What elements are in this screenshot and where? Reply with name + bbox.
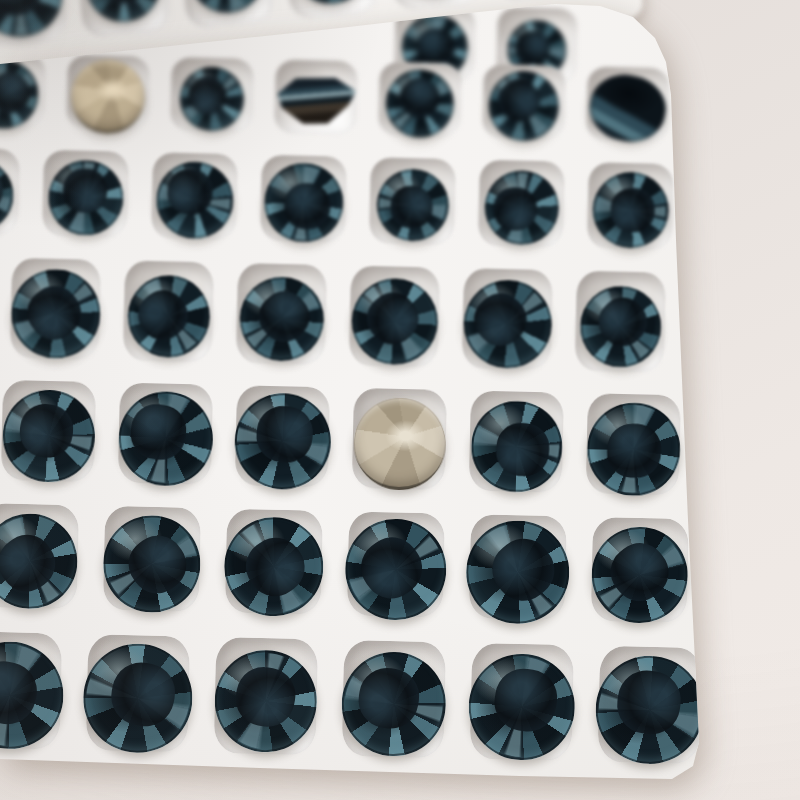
cell-r6c6 <box>584 634 715 777</box>
cell-r4c1 <box>0 370 108 495</box>
cell-r1c6 <box>575 57 681 153</box>
cell-r1c4 <box>367 52 473 148</box>
cell-r3c1 <box>0 248 113 373</box>
cell-r5c4 <box>333 500 458 631</box>
cell-r5c2 <box>89 495 214 626</box>
cell-r6c3 <box>200 626 331 769</box>
tray-row-3 <box>0 245 678 385</box>
cell-r3c4 <box>336 255 452 380</box>
cell-r3c5 <box>449 258 565 383</box>
cell-r5c1 <box>0 492 92 623</box>
cell-r3c2 <box>111 250 227 375</box>
cell-r4c2 <box>106 372 226 497</box>
tray-row-6 <box>0 617 715 777</box>
cell-r4c4 <box>339 378 459 503</box>
cell-r2c5 <box>466 149 577 259</box>
cell-r6c5 <box>456 632 587 775</box>
cell-r2c1 <box>30 139 141 249</box>
cell-r4c3 <box>223 375 343 500</box>
tray-row-2 <box>0 137 686 262</box>
cell-r1c0 <box>0 43 57 139</box>
cell-r2c4 <box>357 147 468 257</box>
tray-row-5 <box>0 489 702 636</box>
cell-r6c4 <box>328 629 459 772</box>
cell-r2c0 <box>0 137 32 247</box>
scene <box>0 0 800 800</box>
cell-r5c3 <box>211 497 336 628</box>
cell-r1c5 <box>471 55 577 151</box>
front-tray-wrap <box>0 0 800 800</box>
cell-r4c6 <box>573 383 693 508</box>
cell-r2c6 <box>575 152 686 262</box>
cell-r5c5 <box>455 503 580 634</box>
cell-r5c6 <box>577 506 702 637</box>
cell-r1c1 <box>55 45 161 141</box>
cell-r1c3 <box>263 50 369 146</box>
cell-r2c2 <box>139 142 250 252</box>
cell-r4c5 <box>456 380 576 505</box>
tray-row-1 <box>0 43 681 153</box>
cell-r3c3 <box>224 253 340 378</box>
cell-r2c3 <box>248 144 359 254</box>
cell-r6c1 <box>0 620 76 763</box>
cell-r1c2 <box>159 48 265 144</box>
cell-r3c6 <box>562 260 678 385</box>
tray-row-4 <box>0 367 693 508</box>
front-tray <box>0 0 800 800</box>
cell-r6c2 <box>72 623 203 766</box>
